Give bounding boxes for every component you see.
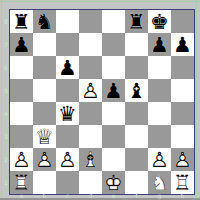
square-c3[interactable]	[56, 125, 79, 148]
square-b4[interactable]	[33, 102, 56, 125]
square-e2[interactable]	[102, 148, 125, 171]
square-h2[interactable]: ♟♙	[171, 148, 194, 171]
square-a5[interactable]	[10, 79, 33, 102]
file-label-a: a	[10, 193, 33, 199]
square-e8[interactable]	[102, 10, 125, 33]
file-label-d: d	[79, 193, 102, 199]
square-b6[interactable]	[33, 56, 56, 79]
piece-white-pawn[interactable]: ♙	[10, 148, 33, 171]
file-label-c: c	[56, 193, 79, 199]
square-g7[interactable]: ♟	[148, 33, 171, 56]
square-c4[interactable]: ♛	[56, 102, 79, 125]
square-g5[interactable]	[148, 79, 171, 102]
square-a3[interactable]	[10, 125, 33, 148]
rank-label-4: 4	[2, 102, 10, 125]
chess-board-window: ♜♞♜♚♟♟♟♟♟♙♟♝♛♛♕♟♙♟♙♟♙♝♗♟♙♟♙♜♖♚♔♞♘♜♖ 8765…	[0, 0, 200, 200]
square-c5[interactable]	[56, 79, 79, 102]
piece-white-queen[interactable]: ♕	[33, 125, 56, 148]
square-b2[interactable]: ♟♙	[33, 148, 56, 171]
square-e3[interactable]	[102, 125, 125, 148]
square-d1[interactable]	[79, 171, 102, 194]
piece-white-knight[interactable]: ♘	[148, 171, 171, 194]
square-f2[interactable]	[125, 148, 148, 171]
piece-black-king[interactable]: ♚	[148, 10, 171, 33]
rank-label-2: 2	[2, 148, 10, 171]
square-e7[interactable]	[102, 33, 125, 56]
piece-black-pawn[interactable]: ♟	[56, 56, 79, 79]
square-d5[interactable]: ♟♙	[79, 79, 102, 102]
square-a1[interactable]: ♜♖	[10, 171, 33, 194]
square-h8[interactable]	[171, 10, 194, 33]
square-c8[interactable]	[56, 10, 79, 33]
piece-black-pawn[interactable]: ♟	[171, 33, 194, 56]
rank-label-7: 7	[2, 33, 10, 56]
square-d7[interactable]	[79, 33, 102, 56]
piece-black-pawn[interactable]: ♟	[102, 79, 125, 102]
square-g1[interactable]: ♞♘	[148, 171, 171, 194]
square-a2[interactable]: ♟♙	[10, 148, 33, 171]
square-h5[interactable]	[171, 79, 194, 102]
square-d6[interactable]	[79, 56, 102, 79]
rank-label-5: 5	[2, 79, 10, 102]
piece-black-pawn[interactable]: ♟	[148, 33, 171, 56]
square-f7[interactable]	[125, 33, 148, 56]
square-f8[interactable]: ♜	[125, 10, 148, 33]
rank-label-1: 1	[2, 171, 10, 194]
square-g3[interactable]	[148, 125, 171, 148]
square-h4[interactable]	[171, 102, 194, 125]
square-b3[interactable]: ♛♕	[33, 125, 56, 148]
piece-white-pawn[interactable]: ♙	[56, 148, 79, 171]
square-g8[interactable]: ♚	[148, 10, 171, 33]
square-a8[interactable]: ♜	[10, 10, 33, 33]
square-g6[interactable]	[148, 56, 171, 79]
square-e1[interactable]: ♚♔	[102, 171, 125, 194]
file-label-g: g	[148, 193, 171, 199]
square-h6[interactable]	[171, 56, 194, 79]
square-c7[interactable]	[56, 33, 79, 56]
square-b1[interactable]	[33, 171, 56, 194]
square-g4[interactable]	[148, 102, 171, 125]
square-d3[interactable]	[79, 125, 102, 148]
square-g2[interactable]: ♟♙	[148, 148, 171, 171]
piece-white-pawn[interactable]: ♙	[79, 79, 102, 102]
square-f1[interactable]	[125, 171, 148, 194]
square-f4[interactable]	[125, 102, 148, 125]
square-e4[interactable]	[102, 102, 125, 125]
piece-white-pawn[interactable]: ♙	[148, 148, 171, 171]
piece-white-pawn[interactable]: ♙	[171, 148, 194, 171]
piece-white-bishop[interactable]: ♗	[79, 148, 102, 171]
square-f3[interactable]	[125, 125, 148, 148]
square-b7[interactable]	[33, 33, 56, 56]
square-d8[interactable]	[79, 10, 102, 33]
square-c2[interactable]: ♟♙	[56, 148, 79, 171]
piece-white-king[interactable]: ♔	[102, 171, 125, 194]
square-h3[interactable]	[171, 125, 194, 148]
square-a6[interactable]	[10, 56, 33, 79]
rank-label-8: 8	[2, 10, 10, 33]
square-b5[interactable]	[33, 79, 56, 102]
square-e6[interactable]	[102, 56, 125, 79]
square-d2[interactable]: ♝♗	[79, 148, 102, 171]
piece-black-rook[interactable]: ♜	[125, 10, 148, 33]
file-label-h: h	[171, 193, 194, 199]
frame-accent-line-right	[196, 0, 197, 198]
piece-black-rook[interactable]: ♜	[10, 10, 33, 33]
file-label-f: f	[125, 193, 148, 199]
piece-black-pawn[interactable]: ♟	[10, 33, 33, 56]
square-b8[interactable]: ♞	[33, 10, 56, 33]
square-f5[interactable]: ♝	[125, 79, 148, 102]
square-e5[interactable]: ♟	[102, 79, 125, 102]
piece-white-rook[interactable]: ♖	[10, 171, 33, 194]
rank-label-6: 6	[2, 56, 10, 79]
piece-black-knight[interactable]: ♞	[33, 10, 56, 33]
square-a4[interactable]	[10, 102, 33, 125]
square-d4[interactable]	[79, 102, 102, 125]
piece-white-pawn[interactable]: ♙	[33, 148, 56, 171]
piece-black-bishop[interactable]: ♝	[125, 79, 148, 102]
rank-label-3: 3	[2, 125, 10, 148]
square-a7[interactable]: ♟	[10, 33, 33, 56]
piece-black-queen[interactable]: ♛	[56, 102, 79, 125]
chess-board: ♜♞♜♚♟♟♟♟♟♙♟♝♛♛♕♟♙♟♙♟♙♝♗♟♙♟♙♜♖♚♔♞♘♜♖	[10, 10, 194, 194]
file-label-b: b	[33, 193, 56, 199]
piece-white-rook[interactable]: ♖	[171, 171, 194, 194]
square-h7[interactable]: ♟	[171, 33, 194, 56]
file-label-e: e	[102, 193, 125, 199]
square-f6[interactable]	[125, 56, 148, 79]
square-h1[interactable]: ♜♖	[171, 171, 194, 194]
square-c1[interactable]	[56, 171, 79, 194]
frame-accent-line-top	[0, 1, 200, 2]
square-c6[interactable]: ♟	[56, 56, 79, 79]
